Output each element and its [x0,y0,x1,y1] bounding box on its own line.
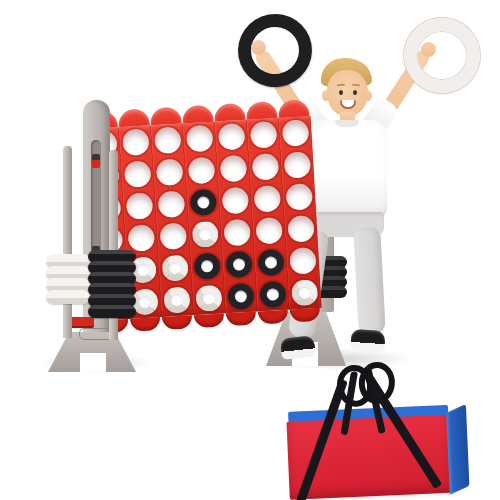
bottom-scallop-c7 [290,308,321,323]
empty-slot [223,219,250,246]
cell-r5c5 [222,248,256,282]
empty-slot [252,153,279,180]
black-ring-disc [225,251,252,278]
cell-r6c3 [160,283,194,317]
bottom-scallop-c2 [130,317,161,332]
empty-slot [186,125,213,152]
empty-slot [220,155,247,182]
child-collar [335,120,359,127]
product-photo-scene [0,0,500,500]
cell-r3c3 [155,187,189,221]
bag-blue-side-panel [446,404,469,495]
child-right-hand [421,42,436,57]
black-ring-disc [257,249,284,276]
board-left-foot-notch [80,353,106,372]
cell-r6c7 [288,276,322,310]
cell-r1c7 [279,116,313,150]
empty-slot [124,160,151,187]
cell-r1c3 [151,123,185,157]
empty-slot [222,187,249,214]
child-right-eye [353,90,357,95]
cell-r5c6 [254,246,288,280]
cell-r1c2 [119,125,153,159]
cell-r1c4 [183,122,217,156]
white-disc-stack [46,254,90,302]
bottom-scallop-c6 [258,310,289,325]
cell-r3c2 [123,189,157,223]
child-left-shoe [280,335,316,359]
child-left-hand [251,40,266,55]
empty-slot [188,157,215,184]
cell-r5c4 [190,249,224,283]
drop-slot-arch-c6 [246,101,278,120]
cell-r6c5 [224,279,258,313]
cell-r2c4 [185,154,219,188]
white-disc-storage-pole [63,146,72,338]
cell-r1c6 [247,118,281,152]
cell-r4c3 [156,219,190,253]
empty-slot [250,121,277,148]
cell-r4c5 [220,216,254,250]
carry-bag-body [278,364,471,500]
cell-r4c4 [188,217,222,251]
black-ring-disc [193,253,220,280]
empty-slot [287,215,314,242]
empty-slot [126,192,153,219]
drop-slot-arch-c4 [182,105,214,124]
black-disc-stack [88,250,136,316]
child-right-shoe [350,329,385,352]
empty-slot [286,183,313,210]
empty-slot [156,159,183,186]
child-left-eye [339,90,343,95]
stacked-black-ring [88,305,136,318]
cell-r3c4 [187,185,221,219]
red-indicator-top [92,154,100,168]
black-ring-disc [259,281,286,308]
held-black-ring [232,8,318,93]
child-right-leg [353,227,386,334]
drop-slot-arch-c5 [214,103,246,122]
empty-slot [254,185,281,212]
white-ring-disc [192,221,219,248]
cell-r3c6 [250,182,284,216]
empty-slot [289,247,316,274]
empty-slot [282,119,309,146]
child-tshirt [305,120,387,217]
bag-handle-right [358,361,396,405]
child-head [327,70,368,117]
cell-r1c5 [215,120,249,154]
cell-r2c2 [121,157,155,191]
drop-slot-arch-c7 [278,99,310,118]
release-slider [70,317,94,326]
white-ring-disc [161,254,188,281]
stacked-white-ring [46,290,90,304]
empty-slot [284,151,311,178]
empty-slot [154,127,181,154]
cell-r4c7 [284,212,318,246]
cell-r2c6 [249,150,283,184]
cell-r2c3 [153,155,187,189]
carry-bag [281,368,469,496]
cell-r5c7 [286,244,320,278]
cell-r3c5 [218,184,252,218]
bottom-scallop-c5 [226,312,257,327]
drop-slot-arch-c3 [150,107,182,126]
cell-r2c5 [217,152,251,186]
white-ring-disc [291,279,318,306]
bottom-scallop-c4 [194,313,225,328]
empty-slot [158,191,185,218]
empty-slot [122,128,149,155]
brand-plaque [79,328,113,340]
black-ring-disc [227,283,254,310]
empty-slot [255,217,282,244]
empty-slot [218,123,245,150]
cell-r6c4 [192,281,226,315]
black-ring-disc [190,189,217,216]
empty-slot [160,222,187,249]
cell-r5c3 [158,251,192,285]
empty-slot [128,224,155,251]
cell-r3c7 [282,180,316,214]
drop-slot-arch-c2 [118,108,150,127]
cell-r6c6 [256,278,290,312]
cell-r4c6 [252,214,286,248]
white-ring-disc [163,286,190,313]
cell-r2c7 [281,148,315,182]
bottom-scallop-c3 [162,315,193,330]
white-ring-disc [195,285,222,312]
